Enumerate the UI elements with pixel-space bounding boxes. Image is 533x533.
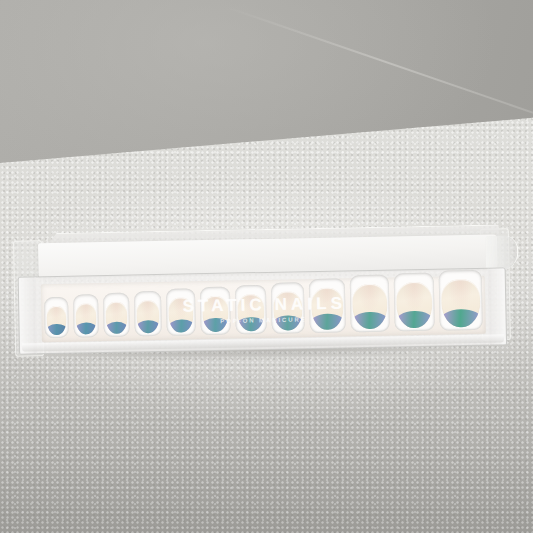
nail-well <box>271 282 305 334</box>
press-on-nail <box>105 302 128 334</box>
nail-well <box>73 294 99 337</box>
press-on-nail <box>237 294 265 332</box>
nail-well <box>44 297 69 338</box>
nail-french-tip <box>396 310 433 328</box>
press-on-nail <box>202 296 229 332</box>
product-box: STATIC NAILS POP-ON MANICURE <box>13 223 511 360</box>
nail-well <box>394 273 435 332</box>
nail-well <box>103 293 130 337</box>
press-on-nail <box>168 297 194 332</box>
nail-french-tip <box>352 311 388 329</box>
press-on-nail <box>441 279 481 328</box>
nail-well <box>350 275 390 333</box>
nail-french-tip <box>237 317 265 332</box>
nail-french-tip <box>136 320 160 333</box>
nail-well <box>134 291 162 337</box>
nail-well <box>166 288 196 336</box>
box-front: STATIC NAILS POP-ON MANICURE <box>18 267 507 354</box>
nail-french-tip <box>75 322 97 334</box>
nail-french-tip <box>311 313 344 330</box>
box-right-wall <box>488 268 506 344</box>
nail-french-tip <box>46 324 67 335</box>
nail-well <box>235 285 267 335</box>
press-on-nail <box>352 284 388 330</box>
nail-french-tip <box>202 318 229 332</box>
nail-row <box>41 276 486 343</box>
press-on-nail <box>273 291 303 331</box>
box-left-wall <box>19 277 37 353</box>
nail-well <box>200 287 231 336</box>
press-on-nail <box>396 282 433 329</box>
press-on-nail <box>75 303 97 334</box>
nail-french-tip <box>441 309 481 328</box>
nail-french-tip <box>105 321 128 334</box>
nail-tray <box>41 276 486 343</box>
scene: STATIC NAILS POP-ON MANICURE <box>0 0 533 533</box>
nail-french-tip <box>273 315 303 330</box>
nail-french-tip <box>168 319 194 333</box>
press-on-nail <box>136 300 160 333</box>
press-on-nail <box>46 306 67 335</box>
press-on-nail <box>311 287 344 330</box>
nail-well <box>309 278 346 333</box>
nail-well <box>439 270 483 331</box>
